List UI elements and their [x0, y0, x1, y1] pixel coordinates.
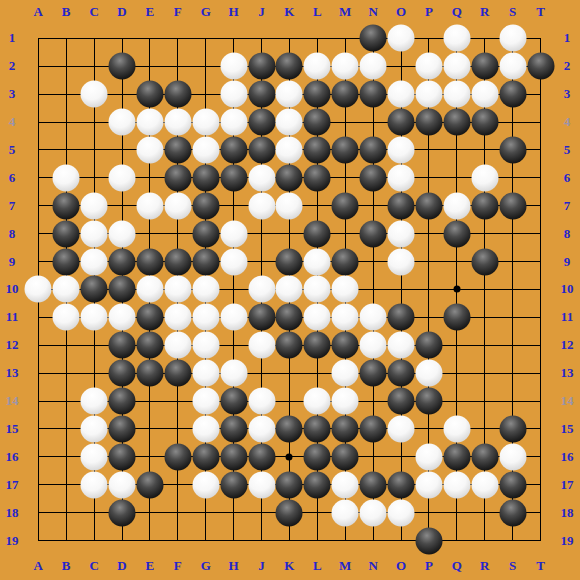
intersection-D2[interactable] [108, 52, 136, 80]
intersection-M19[interactable] [331, 527, 359, 555]
intersection-L19[interactable] [303, 527, 331, 555]
intersection-L12[interactable] [303, 331, 331, 359]
intersection-J11[interactable] [248, 303, 276, 331]
intersection-G4[interactable] [192, 108, 220, 136]
intersection-H12[interactable] [220, 331, 248, 359]
intersection-K5[interactable] [275, 136, 303, 164]
intersection-C17[interactable] [80, 471, 108, 499]
intersection-L1[interactable] [303, 24, 331, 52]
intersection-A17[interactable] [24, 471, 52, 499]
intersection-A12[interactable] [24, 331, 52, 359]
intersection-D13[interactable] [108, 359, 136, 387]
intersection-H1[interactable] [220, 24, 248, 52]
intersection-L10[interactable] [303, 275, 331, 303]
intersection-K7[interactable] [275, 192, 303, 220]
intersection-O9[interactable] [387, 248, 415, 276]
intersection-T16[interactable] [527, 443, 555, 471]
intersection-S11[interactable] [499, 303, 527, 331]
intersection-A8[interactable] [24, 220, 52, 248]
intersection-R3[interactable] [471, 80, 499, 108]
intersection-Q14[interactable] [443, 387, 471, 415]
intersection-O6[interactable] [387, 164, 415, 192]
intersection-L16[interactable] [303, 443, 331, 471]
intersection-N4[interactable] [359, 108, 387, 136]
intersection-K14[interactable] [275, 387, 303, 415]
intersection-H4[interactable] [220, 108, 248, 136]
intersection-R6[interactable] [471, 164, 499, 192]
intersection-F4[interactable] [164, 108, 192, 136]
intersection-J13[interactable] [248, 359, 276, 387]
intersection-B2[interactable] [52, 52, 80, 80]
intersection-L5[interactable] [303, 136, 331, 164]
intersection-A4[interactable] [24, 108, 52, 136]
intersection-R8[interactable] [471, 220, 499, 248]
intersection-O10[interactable] [387, 275, 415, 303]
intersection-G11[interactable] [192, 303, 220, 331]
intersection-S12[interactable] [499, 331, 527, 359]
intersection-Q7[interactable] [443, 192, 471, 220]
intersection-T1[interactable] [527, 24, 555, 52]
intersection-M3[interactable] [331, 80, 359, 108]
intersection-O5[interactable] [387, 136, 415, 164]
intersection-M17[interactable] [331, 471, 359, 499]
intersection-E18[interactable] [136, 499, 164, 527]
intersection-A9[interactable] [24, 248, 52, 276]
intersection-J2[interactable] [248, 52, 276, 80]
intersection-C18[interactable] [80, 499, 108, 527]
intersection-F8[interactable] [164, 220, 192, 248]
intersection-G3[interactable] [192, 80, 220, 108]
intersection-E6[interactable] [136, 164, 164, 192]
intersection-D15[interactable] [108, 415, 136, 443]
intersection-K12[interactable] [275, 331, 303, 359]
intersection-R19[interactable] [471, 527, 499, 555]
intersection-P5[interactable] [415, 136, 443, 164]
intersection-O13[interactable] [387, 359, 415, 387]
intersection-Q19[interactable] [443, 527, 471, 555]
intersection-S17[interactable] [499, 471, 527, 499]
intersection-K18[interactable] [275, 499, 303, 527]
intersection-R14[interactable] [471, 387, 499, 415]
intersection-O17[interactable] [387, 471, 415, 499]
intersection-D17[interactable] [108, 471, 136, 499]
intersection-R9[interactable] [471, 248, 499, 276]
intersection-D3[interactable] [108, 80, 136, 108]
intersection-G14[interactable] [192, 387, 220, 415]
intersection-S13[interactable] [499, 359, 527, 387]
intersection-E14[interactable] [136, 387, 164, 415]
intersection-B17[interactable] [52, 471, 80, 499]
intersection-B13[interactable] [52, 359, 80, 387]
intersection-C19[interactable] [80, 527, 108, 555]
intersection-C1[interactable] [80, 24, 108, 52]
intersection-L3[interactable] [303, 80, 331, 108]
intersection-T4[interactable] [527, 108, 555, 136]
intersection-N7[interactable] [359, 192, 387, 220]
intersection-T12[interactable] [527, 331, 555, 359]
intersection-H8[interactable] [220, 220, 248, 248]
intersection-J5[interactable] [248, 136, 276, 164]
intersection-D4[interactable] [108, 108, 136, 136]
intersection-G9[interactable] [192, 248, 220, 276]
intersection-A19[interactable] [24, 527, 52, 555]
intersection-Q15[interactable] [443, 415, 471, 443]
intersection-B19[interactable] [52, 527, 80, 555]
intersection-P10[interactable] [415, 275, 443, 303]
intersection-H5[interactable] [220, 136, 248, 164]
intersection-Q5[interactable] [443, 136, 471, 164]
intersection-N2[interactable] [359, 52, 387, 80]
intersection-J4[interactable] [248, 108, 276, 136]
intersection-H14[interactable] [220, 387, 248, 415]
intersection-R4[interactable] [471, 108, 499, 136]
intersection-Q13[interactable] [443, 359, 471, 387]
intersection-T18[interactable] [527, 499, 555, 527]
intersection-H7[interactable] [220, 192, 248, 220]
intersection-B9[interactable] [52, 248, 80, 276]
intersection-S3[interactable] [499, 80, 527, 108]
intersection-F11[interactable] [164, 303, 192, 331]
intersection-Q4[interactable] [443, 108, 471, 136]
intersection-T6[interactable] [527, 164, 555, 192]
intersection-N19[interactable] [359, 527, 387, 555]
intersection-K15[interactable] [275, 415, 303, 443]
intersection-P6[interactable] [415, 164, 443, 192]
intersection-M5[interactable] [331, 136, 359, 164]
intersection-H18[interactable] [220, 499, 248, 527]
intersection-C10[interactable] [80, 275, 108, 303]
intersection-B4[interactable] [52, 108, 80, 136]
intersection-S2[interactable] [499, 52, 527, 80]
intersection-D5[interactable] [108, 136, 136, 164]
intersection-O7[interactable] [387, 192, 415, 220]
intersection-P17[interactable] [415, 471, 443, 499]
intersection-R15[interactable] [471, 415, 499, 443]
intersection-N10[interactable] [359, 275, 387, 303]
intersection-J12[interactable] [248, 331, 276, 359]
intersection-R17[interactable] [471, 471, 499, 499]
intersection-P1[interactable] [415, 24, 443, 52]
intersection-G17[interactable] [192, 471, 220, 499]
intersection-M10[interactable] [331, 275, 359, 303]
intersection-G18[interactable] [192, 499, 220, 527]
intersection-K3[interactable] [275, 80, 303, 108]
intersection-T3[interactable] [527, 80, 555, 108]
intersection-T15[interactable] [527, 415, 555, 443]
intersection-L11[interactable] [303, 303, 331, 331]
intersection-M13[interactable] [331, 359, 359, 387]
intersection-D8[interactable] [108, 220, 136, 248]
intersection-T14[interactable] [527, 387, 555, 415]
intersection-Q18[interactable] [443, 499, 471, 527]
intersection-J19[interactable] [248, 527, 276, 555]
intersection-D11[interactable] [108, 303, 136, 331]
intersection-N13[interactable] [359, 359, 387, 387]
intersection-G13[interactable] [192, 359, 220, 387]
intersection-E4[interactable] [136, 108, 164, 136]
intersection-N18[interactable] [359, 499, 387, 527]
intersection-R11[interactable] [471, 303, 499, 331]
intersection-D16[interactable] [108, 443, 136, 471]
intersection-J3[interactable] [248, 80, 276, 108]
intersection-G1[interactable] [192, 24, 220, 52]
intersection-P18[interactable] [415, 499, 443, 527]
intersection-M8[interactable] [331, 220, 359, 248]
intersection-T2[interactable] [527, 52, 555, 80]
intersection-S7[interactable] [499, 192, 527, 220]
intersection-A18[interactable] [24, 499, 52, 527]
intersection-C15[interactable] [80, 415, 108, 443]
intersection-L15[interactable] [303, 415, 331, 443]
intersection-E11[interactable] [136, 303, 164, 331]
intersection-Q8[interactable] [443, 220, 471, 248]
intersection-P14[interactable] [415, 387, 443, 415]
intersection-B15[interactable] [52, 415, 80, 443]
intersection-F1[interactable] [164, 24, 192, 52]
intersection-Q9[interactable] [443, 248, 471, 276]
intersection-L17[interactable] [303, 471, 331, 499]
intersection-A1[interactable] [24, 24, 52, 52]
intersection-P19[interactable] [415, 527, 443, 555]
intersection-N16[interactable] [359, 443, 387, 471]
intersection-T8[interactable] [527, 220, 555, 248]
intersection-F15[interactable] [164, 415, 192, 443]
intersection-B16[interactable] [52, 443, 80, 471]
intersection-K1[interactable] [275, 24, 303, 52]
intersection-S8[interactable] [499, 220, 527, 248]
intersection-O4[interactable] [387, 108, 415, 136]
intersection-E12[interactable] [136, 331, 164, 359]
intersection-F12[interactable] [164, 331, 192, 359]
intersection-G10[interactable] [192, 275, 220, 303]
intersection-F6[interactable] [164, 164, 192, 192]
intersection-H2[interactable] [220, 52, 248, 80]
intersection-Q12[interactable] [443, 331, 471, 359]
intersection-F9[interactable] [164, 248, 192, 276]
intersection-T19[interactable] [527, 527, 555, 555]
intersection-L13[interactable] [303, 359, 331, 387]
intersection-F5[interactable] [164, 136, 192, 164]
intersection-Q1[interactable] [443, 24, 471, 52]
intersection-F17[interactable] [164, 471, 192, 499]
intersection-T7[interactable] [527, 192, 555, 220]
intersection-A13[interactable] [24, 359, 52, 387]
intersection-M9[interactable] [331, 248, 359, 276]
intersection-R2[interactable] [471, 52, 499, 80]
intersection-M12[interactable] [331, 331, 359, 359]
intersection-B8[interactable] [52, 220, 80, 248]
intersection-J15[interactable] [248, 415, 276, 443]
intersection-B7[interactable] [52, 192, 80, 220]
intersection-T11[interactable] [527, 303, 555, 331]
intersection-G5[interactable] [192, 136, 220, 164]
intersection-Q2[interactable] [443, 52, 471, 80]
intersection-P4[interactable] [415, 108, 443, 136]
intersection-L2[interactable] [303, 52, 331, 80]
intersection-L8[interactable] [303, 220, 331, 248]
intersection-C12[interactable] [80, 331, 108, 359]
intersection-T13[interactable] [527, 359, 555, 387]
intersection-N9[interactable] [359, 248, 387, 276]
intersection-K9[interactable] [275, 248, 303, 276]
intersection-D18[interactable] [108, 499, 136, 527]
intersection-D12[interactable] [108, 331, 136, 359]
intersection-A15[interactable] [24, 415, 52, 443]
intersection-K10[interactable] [275, 275, 303, 303]
intersection-R16[interactable] [471, 443, 499, 471]
intersection-E3[interactable] [136, 80, 164, 108]
intersection-Q16[interactable] [443, 443, 471, 471]
intersection-H10[interactable] [220, 275, 248, 303]
intersection-M6[interactable] [331, 164, 359, 192]
intersection-M2[interactable] [331, 52, 359, 80]
intersection-F2[interactable] [164, 52, 192, 80]
intersection-B5[interactable] [52, 136, 80, 164]
intersection-S9[interactable] [499, 248, 527, 276]
intersection-B14[interactable] [52, 387, 80, 415]
intersection-E17[interactable] [136, 471, 164, 499]
intersection-S18[interactable] [499, 499, 527, 527]
intersection-H17[interactable] [220, 471, 248, 499]
intersection-P2[interactable] [415, 52, 443, 80]
intersection-N5[interactable] [359, 136, 387, 164]
intersection-P11[interactable] [415, 303, 443, 331]
intersection-M18[interactable] [331, 499, 359, 527]
intersection-M14[interactable] [331, 387, 359, 415]
intersection-O19[interactable] [387, 527, 415, 555]
intersection-C4[interactable] [80, 108, 108, 136]
intersection-F18[interactable] [164, 499, 192, 527]
intersection-K17[interactable] [275, 471, 303, 499]
intersection-H11[interactable] [220, 303, 248, 331]
intersection-B18[interactable] [52, 499, 80, 527]
intersection-O8[interactable] [387, 220, 415, 248]
intersection-N11[interactable] [359, 303, 387, 331]
intersection-P16[interactable] [415, 443, 443, 471]
intersection-F10[interactable] [164, 275, 192, 303]
intersection-N3[interactable] [359, 80, 387, 108]
intersection-C2[interactable] [80, 52, 108, 80]
intersection-F7[interactable] [164, 192, 192, 220]
intersection-L9[interactable] [303, 248, 331, 276]
intersection-D19[interactable] [108, 527, 136, 555]
intersection-H16[interactable] [220, 443, 248, 471]
intersection-C9[interactable] [80, 248, 108, 276]
intersection-M15[interactable] [331, 415, 359, 443]
intersection-G16[interactable] [192, 443, 220, 471]
intersection-H6[interactable] [220, 164, 248, 192]
intersection-M16[interactable] [331, 443, 359, 471]
intersection-Q11[interactable] [443, 303, 471, 331]
intersection-E16[interactable] [136, 443, 164, 471]
intersection-R1[interactable] [471, 24, 499, 52]
intersection-S10[interactable] [499, 275, 527, 303]
intersection-C8[interactable] [80, 220, 108, 248]
intersection-D10[interactable] [108, 275, 136, 303]
intersection-A16[interactable] [24, 443, 52, 471]
intersection-O11[interactable] [387, 303, 415, 331]
intersection-M7[interactable] [331, 192, 359, 220]
intersection-K16[interactable] [275, 443, 303, 471]
intersection-E2[interactable] [136, 52, 164, 80]
intersection-J6[interactable] [248, 164, 276, 192]
intersection-F14[interactable] [164, 387, 192, 415]
intersection-C14[interactable] [80, 387, 108, 415]
intersection-P13[interactable] [415, 359, 443, 387]
intersection-N1[interactable] [359, 24, 387, 52]
intersection-B10[interactable] [52, 275, 80, 303]
intersection-L4[interactable] [303, 108, 331, 136]
intersection-E10[interactable] [136, 275, 164, 303]
intersection-E9[interactable] [136, 248, 164, 276]
intersection-G7[interactable] [192, 192, 220, 220]
intersection-K19[interactable] [275, 527, 303, 555]
intersection-A5[interactable] [24, 136, 52, 164]
intersection-K4[interactable] [275, 108, 303, 136]
intersection-E13[interactable] [136, 359, 164, 387]
intersection-S15[interactable] [499, 415, 527, 443]
intersection-G6[interactable] [192, 164, 220, 192]
intersection-A2[interactable] [24, 52, 52, 80]
intersection-G2[interactable] [192, 52, 220, 80]
intersection-B3[interactable] [52, 80, 80, 108]
intersection-S5[interactable] [499, 136, 527, 164]
intersection-Q6[interactable] [443, 164, 471, 192]
intersection-N8[interactable] [359, 220, 387, 248]
intersection-L6[interactable] [303, 164, 331, 192]
intersection-F3[interactable] [164, 80, 192, 108]
intersection-K11[interactable] [275, 303, 303, 331]
intersection-N14[interactable] [359, 387, 387, 415]
intersection-A10[interactable] [24, 275, 52, 303]
intersection-R7[interactable] [471, 192, 499, 220]
intersection-R5[interactable] [471, 136, 499, 164]
intersection-P3[interactable] [415, 80, 443, 108]
intersection-T17[interactable] [527, 471, 555, 499]
intersection-B11[interactable] [52, 303, 80, 331]
intersection-R12[interactable] [471, 331, 499, 359]
intersection-O1[interactable] [387, 24, 415, 52]
intersection-B6[interactable] [52, 164, 80, 192]
intersection-B12[interactable] [52, 331, 80, 359]
intersection-R13[interactable] [471, 359, 499, 387]
intersection-A6[interactable] [24, 164, 52, 192]
intersection-M4[interactable] [331, 108, 359, 136]
intersection-J1[interactable] [248, 24, 276, 52]
intersection-D7[interactable] [108, 192, 136, 220]
intersection-H19[interactable] [220, 527, 248, 555]
intersection-P12[interactable] [415, 331, 443, 359]
intersection-D6[interactable] [108, 164, 136, 192]
intersection-E8[interactable] [136, 220, 164, 248]
intersection-C7[interactable] [80, 192, 108, 220]
intersection-O2[interactable] [387, 52, 415, 80]
intersection-E1[interactable] [136, 24, 164, 52]
intersection-O14[interactable] [387, 387, 415, 415]
intersection-D14[interactable] [108, 387, 136, 415]
intersection-P9[interactable] [415, 248, 443, 276]
intersection-J16[interactable] [248, 443, 276, 471]
intersection-F19[interactable] [164, 527, 192, 555]
intersection-K2[interactable] [275, 52, 303, 80]
intersection-O18[interactable] [387, 499, 415, 527]
intersection-O15[interactable] [387, 415, 415, 443]
intersection-J10[interactable] [248, 275, 276, 303]
intersection-C13[interactable] [80, 359, 108, 387]
intersection-S1[interactable] [499, 24, 527, 52]
intersection-L14[interactable] [303, 387, 331, 415]
intersection-C11[interactable] [80, 303, 108, 331]
